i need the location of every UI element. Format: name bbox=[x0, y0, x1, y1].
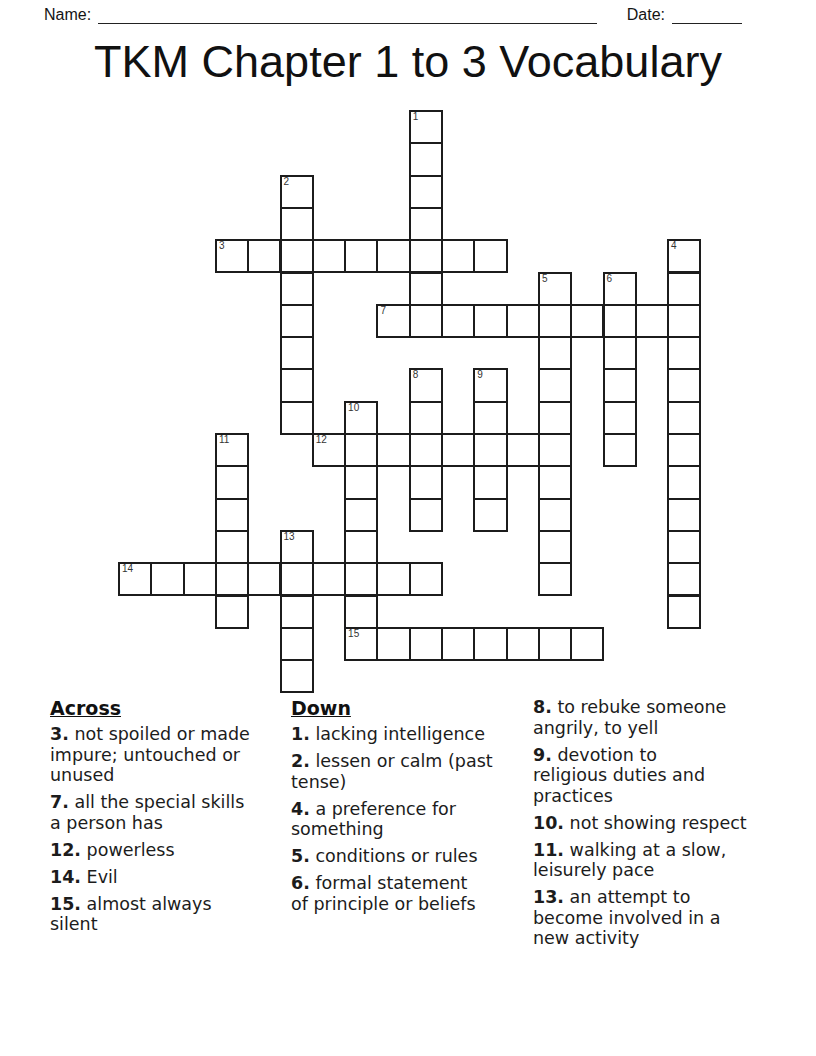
grid-cell-r10c12[interactable] bbox=[506, 433, 540, 467]
name-label: Name: bbox=[44, 5, 91, 24]
grid-cell-r12c13[interactable] bbox=[538, 498, 572, 532]
across-clue-list: 3. not spoiled or made impure; untouched… bbox=[50, 724, 282, 935]
clue-text: devotion to religious duties and practic… bbox=[533, 745, 705, 806]
grid-cell-r5c15[interactable]: 6 bbox=[603, 272, 637, 306]
across-heading: Across bbox=[50, 697, 282, 719]
grid-cell-r7c5[interactable] bbox=[280, 336, 314, 370]
grid-cell-r10c13[interactable] bbox=[538, 433, 572, 467]
grid-cell-r10c15[interactable] bbox=[603, 433, 637, 467]
clue-2: 2. lessen or calm (past tense) bbox=[291, 751, 523, 792]
grid-cell-r4c4[interactable] bbox=[247, 239, 281, 273]
grid-clue-number-10: 10 bbox=[348, 402, 359, 414]
grid-cell-r6c13[interactable] bbox=[538, 304, 572, 338]
grid-cell-r12c7[interactable] bbox=[344, 498, 378, 532]
grid-cell-r2c9[interactable] bbox=[409, 175, 443, 209]
clue-7: 7. all the special skills a person has bbox=[50, 792, 282, 833]
clue-text: not showing respect bbox=[570, 813, 747, 833]
grid-cell-r14c17[interactable] bbox=[667, 562, 701, 596]
clue-number-label: 5. bbox=[291, 846, 310, 866]
clue-13: 13. an attempt to become involved in a n… bbox=[533, 887, 765, 949]
down-clues-column: Down 1. lacking intelligence2. lessen or… bbox=[291, 697, 523, 921]
grid-cell-r10c17[interactable] bbox=[667, 433, 701, 467]
grid-clue-number-2: 2 bbox=[284, 176, 290, 188]
grid-cell-r5c9[interactable] bbox=[409, 272, 443, 306]
grid-cell-r4c8[interactable] bbox=[376, 239, 410, 273]
grid-cell-r5c17[interactable] bbox=[667, 272, 701, 306]
date-field[interactable] bbox=[672, 7, 742, 24]
date-label: Date: bbox=[627, 5, 665, 24]
grid-cell-r8c5[interactable] bbox=[280, 368, 314, 402]
grid-cell-r11c11[interactable] bbox=[473, 465, 507, 499]
grid-clue-number-13: 13 bbox=[284, 531, 295, 543]
grid-cell-r4c17[interactable]: 4 bbox=[667, 239, 701, 273]
grid-cell-r4c10[interactable] bbox=[441, 239, 475, 273]
grid-cell-r13c5[interactable]: 13 bbox=[280, 530, 314, 564]
down-clue-list-continued: 8. to rebuke someone angrily, to yell9. … bbox=[533, 697, 765, 949]
grid-cell-r4c3[interactable]: 3 bbox=[215, 239, 249, 273]
grid-cell-r1c9[interactable] bbox=[409, 142, 443, 176]
grid-cell-r16c12[interactable] bbox=[506, 627, 540, 661]
grid-cell-r13c3[interactable] bbox=[215, 530, 249, 564]
clue-10: 10. not showing respect bbox=[533, 813, 765, 834]
grid-cell-r15c5[interactable] bbox=[280, 595, 314, 629]
grid-cell-r4c11[interactable] bbox=[473, 239, 507, 273]
grid-cell-r9c13[interactable] bbox=[538, 401, 572, 435]
grid-cell-r11c9[interactable] bbox=[409, 465, 443, 499]
clue-number-label: 12. bbox=[50, 840, 81, 860]
grid-cell-r6c9[interactable] bbox=[409, 304, 443, 338]
grid-cell-r11c13[interactable] bbox=[538, 465, 572, 499]
grid-cell-r6c12[interactable] bbox=[506, 304, 540, 338]
grid-cell-r9c17[interactable] bbox=[667, 401, 701, 435]
grid-cell-r11c7[interactable] bbox=[344, 465, 378, 499]
grid-cell-r6c10[interactable] bbox=[441, 304, 475, 338]
grid-cell-r5c5[interactable] bbox=[280, 272, 314, 306]
grid-cell-r12c17[interactable] bbox=[667, 498, 701, 532]
clue-12: 12. powerless bbox=[50, 840, 282, 861]
clue-text: Evil bbox=[87, 867, 118, 887]
grid-clue-number-7: 7 bbox=[380, 305, 386, 317]
grid-cell-r3c9[interactable] bbox=[409, 207, 443, 241]
clue-6: 6. formal statement of principle or beli… bbox=[291, 873, 523, 914]
grid-cell-r13c7[interactable] bbox=[344, 530, 378, 564]
clue-number-label: 13. bbox=[533, 887, 564, 907]
grid-cell-r14c0[interactable]: 14 bbox=[118, 562, 152, 596]
grid-cell-r4c7[interactable] bbox=[344, 239, 378, 273]
across-clues-column: Across 3. not spoiled or made impure; un… bbox=[50, 697, 282, 941]
grid-cell-r16c8[interactable] bbox=[376, 627, 410, 661]
clue-number-label: 10. bbox=[533, 813, 564, 833]
clue-text: all the special skills a person has bbox=[50, 792, 244, 833]
grid-clue-number-12: 12 bbox=[316, 434, 327, 446]
grid-cell-r16c13[interactable] bbox=[538, 627, 572, 661]
grid-cell-r12c11[interactable] bbox=[473, 498, 507, 532]
grid-cell-r15c3[interactable] bbox=[215, 595, 249, 629]
grid-cell-r14c8[interactable] bbox=[376, 562, 410, 596]
grid-cell-r7c17[interactable] bbox=[667, 336, 701, 370]
grid-cell-r16c9[interactable] bbox=[409, 627, 443, 661]
grid-cell-r10c3[interactable]: 11 bbox=[215, 433, 249, 467]
clue-14: 14. Evil bbox=[50, 867, 282, 888]
grid-cell-r9c7[interactable]: 10 bbox=[344, 401, 378, 435]
name-field[interactable] bbox=[98, 7, 597, 24]
grid-cell-r8c13[interactable] bbox=[538, 368, 572, 402]
grid-cell-r10c9[interactable] bbox=[409, 433, 443, 467]
grid-cell-r16c11[interactable] bbox=[473, 627, 507, 661]
grid-cell-r6c5[interactable] bbox=[280, 304, 314, 338]
grid-cell-r12c9[interactable] bbox=[409, 498, 443, 532]
grid-cell-r14c4[interactable] bbox=[247, 562, 281, 596]
grid-clue-number-3: 3 bbox=[219, 240, 225, 252]
clue-text: lessen or calm (past tense) bbox=[291, 751, 493, 792]
grid-cell-r9c5[interactable] bbox=[280, 401, 314, 435]
grid-cell-r16c10[interactable] bbox=[441, 627, 475, 661]
grid-cell-r0c9[interactable]: 1 bbox=[409, 110, 443, 144]
clue-text: powerless bbox=[87, 840, 175, 860]
grid-cell-r6c15[interactable] bbox=[603, 304, 637, 338]
grid-clue-number-6: 6 bbox=[607, 273, 613, 285]
grid-cell-r9c9[interactable] bbox=[409, 401, 443, 435]
clue-8: 8. to rebuke someone angrily, to yell bbox=[533, 697, 765, 738]
grid-cell-r17c5[interactable] bbox=[280, 659, 314, 693]
grid-cell-r16c14[interactable] bbox=[570, 627, 604, 661]
grid-cell-r12c3[interactable] bbox=[215, 498, 249, 532]
grid-clue-number-11: 11 bbox=[219, 434, 229, 446]
grid-cell-r10c7[interactable] bbox=[344, 433, 378, 467]
grid-cell-r10c10[interactable] bbox=[441, 433, 475, 467]
grid-cell-r14c3[interactable] bbox=[215, 562, 249, 596]
grid-clue-number-9: 9 bbox=[477, 369, 483, 381]
clue-text: lacking intelligence bbox=[315, 724, 485, 744]
grid-cell-r10c8[interactable] bbox=[376, 433, 410, 467]
down-heading: Down bbox=[291, 697, 523, 719]
grid-cell-r9c15[interactable] bbox=[603, 401, 637, 435]
grid-cell-r2c5[interactable]: 2 bbox=[280, 175, 314, 209]
grid-cell-r15c7[interactable] bbox=[344, 595, 378, 629]
clue-1: 1. lacking intelligence bbox=[291, 724, 523, 745]
grid-cell-r14c7[interactable] bbox=[344, 562, 378, 596]
clue-number-label: 14. bbox=[50, 867, 81, 887]
clue-text: conditions or rules bbox=[315, 846, 477, 866]
clue-text: a preference for something bbox=[291, 799, 456, 840]
grid-cell-r6c14[interactable] bbox=[570, 304, 604, 338]
down-clues-continued-column: 8. to rebuke someone angrily, to yell9. … bbox=[533, 697, 765, 955]
clue-9: 9. devotion to religious duties and prac… bbox=[533, 745, 765, 807]
grid-cell-r9c11[interactable] bbox=[473, 401, 507, 435]
grid-cell-r8c15[interactable] bbox=[603, 368, 637, 402]
grid-cell-r15c17[interactable] bbox=[667, 595, 701, 629]
clue-number-label: 15. bbox=[50, 894, 81, 914]
grid-cell-r14c6[interactable] bbox=[312, 562, 346, 596]
clue-number-label: 6. bbox=[291, 873, 310, 893]
grid-cell-r6c16[interactable] bbox=[635, 304, 669, 338]
grid-cell-r10c6[interactable]: 12 bbox=[312, 433, 346, 467]
clue-number-label: 7. bbox=[50, 792, 69, 812]
grid-cell-r8c9[interactable]: 8 bbox=[409, 368, 443, 402]
grid-cell-r4c5[interactable] bbox=[280, 239, 314, 273]
grid-clue-number-14: 14 bbox=[122, 563, 133, 575]
grid-cell-r5c13[interactable]: 5 bbox=[538, 272, 572, 306]
clue-11: 11. walking at a slow, leisurely pace bbox=[533, 840, 765, 881]
page-title: TKM Chapter 1 to 3 Vocabulary bbox=[0, 36, 816, 88]
grid-cell-r11c3[interactable] bbox=[215, 465, 249, 499]
grid-cell-r7c13[interactable] bbox=[538, 336, 572, 370]
grid-cell-r8c17[interactable] bbox=[667, 368, 701, 402]
clue-number-label: 11. bbox=[533, 840, 564, 860]
grid-cell-r6c11[interactable] bbox=[473, 304, 507, 338]
grid-cell-r11c17[interactable] bbox=[667, 465, 701, 499]
grid-cell-r4c9[interactable] bbox=[409, 239, 443, 273]
grid-clue-number-1: 1 bbox=[413, 111, 419, 123]
name-date-row: Name: Date: bbox=[44, 5, 742, 24]
grid-cell-r13c13[interactable] bbox=[538, 530, 572, 564]
grid-clue-number-4: 4 bbox=[671, 240, 677, 252]
clue-5: 5. conditions or rules bbox=[291, 846, 523, 867]
clue-number-label: 3. bbox=[50, 724, 69, 744]
clue-number-label: 1. bbox=[291, 724, 310, 744]
clue-text: formal statement of principle or beliefs bbox=[291, 873, 476, 914]
clue-text: to rebuke someone angrily, to yell bbox=[533, 697, 726, 738]
grid-cell-r16c5[interactable] bbox=[280, 627, 314, 661]
grid-cell-r6c17[interactable] bbox=[667, 304, 701, 338]
grid-cell-r14c13[interactable] bbox=[538, 562, 572, 596]
grid-cell-r14c1[interactable] bbox=[150, 562, 184, 596]
grid-clue-number-5: 5 bbox=[542, 273, 548, 285]
clue-4: 4. a preference for something bbox=[291, 799, 523, 840]
grid-cell-r10c11[interactable] bbox=[473, 433, 507, 467]
grid-cell-r14c9[interactable] bbox=[409, 562, 443, 596]
grid-cell-r6c8[interactable]: 7 bbox=[376, 304, 410, 338]
grid-cell-r14c2[interactable] bbox=[183, 562, 217, 596]
clue-number-label: 9. bbox=[533, 745, 552, 765]
grid-cell-r7c15[interactable] bbox=[603, 336, 637, 370]
down-clue-list: 1. lacking intelligence2. lessen or calm… bbox=[291, 724, 523, 914]
grid-cell-r8c11[interactable]: 9 bbox=[473, 368, 507, 402]
grid-cell-r16c7[interactable]: 15 bbox=[344, 627, 378, 661]
clue-text: not spoiled or made impure; untouched or… bbox=[50, 724, 250, 785]
clue-number-label: 8. bbox=[533, 697, 552, 717]
grid-cell-r13c17[interactable] bbox=[667, 530, 701, 564]
grid-clue-number-8: 8 bbox=[413, 369, 419, 381]
clue-15: 15. almost always silent bbox=[50, 894, 282, 935]
clue-number-label: 4. bbox=[291, 799, 310, 819]
clue-number-label: 2. bbox=[291, 751, 310, 771]
grid-cell-r3c5[interactable] bbox=[280, 207, 314, 241]
grid-clue-number-15: 15 bbox=[348, 628, 359, 640]
grid-cell-r4c6[interactable] bbox=[312, 239, 346, 273]
clue-3: 3. not spoiled or made impure; untouched… bbox=[50, 724, 282, 786]
grid-cell-r14c5[interactable] bbox=[280, 562, 314, 596]
